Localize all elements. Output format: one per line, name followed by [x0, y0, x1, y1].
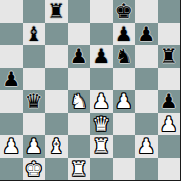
square-f5[interactable] [113, 68, 136, 91]
chess-board: ♜♚♝♟♟♟♟♞♜♟♛♞♟♟♟♛♟♟♟♝♜♟♚♜ [0, 0, 180, 180]
piece-black-bishop[interactable]: ♝ [23, 23, 46, 46]
square-d6[interactable]: ♟ [68, 45, 91, 68]
square-f1[interactable] [113, 158, 136, 181]
square-a4[interactable] [0, 90, 23, 113]
square-a8[interactable] [0, 0, 23, 23]
piece-black-king[interactable]: ♚ [113, 0, 136, 23]
square-g5[interactable] [135, 68, 158, 91]
piece-black-pawn[interactable]: ♟ [68, 45, 91, 68]
square-d7[interactable] [68, 23, 91, 46]
piece-white-knight[interactable]: ♞ [68, 90, 91, 113]
piece-white-pawn[interactable]: ♟ [23, 135, 46, 158]
piece-white-rook[interactable]: ♜ [68, 158, 91, 181]
piece-white-pawn[interactable]: ♟ [158, 113, 181, 136]
square-h3[interactable]: ♟ [158, 113, 181, 136]
square-c3[interactable] [45, 113, 68, 136]
square-d1[interactable]: ♜ [68, 158, 91, 181]
square-e6[interactable]: ♟ [90, 45, 113, 68]
piece-white-rook[interactable]: ♜ [90, 135, 113, 158]
square-a7[interactable] [0, 23, 23, 46]
piece-white-pawn[interactable]: ♟ [135, 135, 158, 158]
square-d8[interactable] [68, 0, 91, 23]
square-a5[interactable]: ♟ [0, 68, 23, 91]
square-b4[interactable]: ♛ [23, 90, 46, 113]
square-f7[interactable]: ♟ [113, 23, 136, 46]
square-c2[interactable]: ♝ [45, 135, 68, 158]
square-g6[interactable] [135, 45, 158, 68]
square-a6[interactable] [0, 45, 23, 68]
square-e7[interactable] [90, 23, 113, 46]
piece-white-bishop[interactable]: ♝ [45, 135, 68, 158]
square-b3[interactable] [23, 113, 46, 136]
square-e4[interactable]: ♟ [90, 90, 113, 113]
piece-white-queen[interactable]: ♛ [90, 113, 113, 136]
square-g4[interactable] [135, 90, 158, 113]
square-e8[interactable] [90, 0, 113, 23]
square-c1[interactable] [45, 158, 68, 181]
square-f6[interactable]: ♞ [113, 45, 136, 68]
square-g2[interactable]: ♟ [135, 135, 158, 158]
square-f3[interactable] [113, 113, 136, 136]
piece-black-pawn[interactable]: ♟ [135, 23, 158, 46]
square-e3[interactable]: ♛ [90, 113, 113, 136]
square-f2[interactable] [113, 135, 136, 158]
square-c5[interactable] [45, 68, 68, 91]
square-a2[interactable]: ♟ [0, 135, 23, 158]
square-a3[interactable] [0, 113, 23, 136]
square-e5[interactable] [90, 68, 113, 91]
square-h8[interactable] [158, 0, 181, 23]
square-g1[interactable] [135, 158, 158, 181]
square-h4[interactable]: ♟ [158, 90, 181, 113]
square-f8[interactable]: ♚ [113, 0, 136, 23]
square-c8[interactable]: ♜ [45, 0, 68, 23]
square-e1[interactable] [90, 158, 113, 181]
square-b1[interactable]: ♚ [23, 158, 46, 181]
square-c4[interactable] [45, 90, 68, 113]
piece-black-knight[interactable]: ♞ [113, 45, 136, 68]
piece-black-pawn[interactable]: ♟ [113, 23, 136, 46]
square-g7[interactable]: ♟ [135, 23, 158, 46]
square-h5[interactable] [158, 68, 181, 91]
piece-black-pawn[interactable]: ♟ [0, 68, 23, 91]
square-h6[interactable]: ♜ [158, 45, 181, 68]
square-b8[interactable] [23, 0, 46, 23]
piece-white-pawn[interactable]: ♟ [90, 90, 113, 113]
square-c6[interactable] [45, 45, 68, 68]
square-c7[interactable] [45, 23, 68, 46]
square-h1[interactable] [158, 158, 181, 181]
piece-black-rook[interactable]: ♜ [45, 0, 68, 23]
square-b2[interactable]: ♟ [23, 135, 46, 158]
piece-black-pawn[interactable]: ♟ [90, 45, 113, 68]
square-h2[interactable] [158, 135, 181, 158]
square-b5[interactable] [23, 68, 46, 91]
piece-white-pawn[interactable]: ♟ [113, 90, 136, 113]
square-g8[interactable] [135, 0, 158, 23]
piece-white-king[interactable]: ♚ [23, 158, 46, 181]
piece-white-pawn[interactable]: ♟ [0, 135, 23, 158]
square-g3[interactable] [135, 113, 158, 136]
square-d3[interactable] [68, 113, 91, 136]
piece-black-pawn[interactable]: ♟ [158, 90, 181, 113]
square-f4[interactable]: ♟ [113, 90, 136, 113]
square-b6[interactable] [23, 45, 46, 68]
piece-black-rook[interactable]: ♜ [158, 45, 181, 68]
square-e2[interactable]: ♜ [90, 135, 113, 158]
square-h7[interactable] [158, 23, 181, 46]
square-d5[interactable] [68, 68, 91, 91]
square-a1[interactable] [0, 158, 23, 181]
square-d4[interactable]: ♞ [68, 90, 91, 113]
piece-black-queen[interactable]: ♛ [23, 90, 46, 113]
square-b7[interactable]: ♝ [23, 23, 46, 46]
square-d2[interactable] [68, 135, 91, 158]
